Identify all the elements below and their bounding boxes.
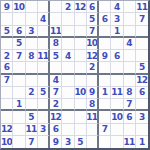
cell-r8c7-given-10[interactable]: 10	[75, 87, 87, 99]
cell-r8c1-empty[interactable]	[1, 87, 13, 99]
cell-r9c11-given-7[interactable]: 7	[124, 99, 136, 111]
cell-r3c7-empty[interactable]	[75, 26, 87, 38]
cell-r2c4-given-4[interactable]: 4	[38, 13, 50, 25]
cell-r11c2-empty[interactable]	[13, 124, 25, 136]
cell-r5c6-given-4[interactable]: 4	[62, 50, 74, 62]
cell-r11c8-empty[interactable]	[87, 124, 99, 136]
cell-r10c9-empty[interactable]	[99, 111, 111, 123]
cell-r8c6-empty[interactable]	[62, 87, 74, 99]
cell-r8c5-given-7[interactable]: 7	[50, 87, 62, 99]
cell-r6c4-empty[interactable]	[38, 62, 50, 74]
cell-r2c7-empty[interactable]	[75, 13, 87, 25]
cell-r9c2-given-1[interactable]: 1	[13, 99, 25, 111]
cell-r1c11-empty[interactable]	[124, 1, 136, 13]
cell-r4c10-empty[interactable]	[111, 38, 123, 50]
cell-r7c8-empty[interactable]	[87, 75, 99, 87]
cell-r3c8-given-7[interactable]: 7	[87, 26, 99, 38]
cell-r7c2-empty[interactable]	[13, 75, 25, 87]
cell-r1c6-given-2[interactable]: 2	[62, 1, 74, 13]
cell-r9c6-empty[interactable]	[62, 99, 74, 111]
cell-r2c12-given-7[interactable]: 7	[136, 13, 148, 25]
cell-r12c6-given-3[interactable]: 3	[62, 136, 74, 148]
cell-r3c2-given-6[interactable]: 6	[13, 26, 25, 38]
cell-r2c8-given-5[interactable]: 5	[87, 13, 99, 25]
cell-r11c7-empty[interactable]	[75, 124, 87, 136]
cell-r4c11-given-4[interactable]: 4	[124, 38, 136, 50]
cell-r7c4-empty[interactable]	[38, 75, 50, 87]
cell-r5c2-given-7[interactable]: 7	[13, 50, 25, 62]
cell-r3c1-given-5[interactable]: 5	[1, 26, 13, 38]
cell-r8c11-given-8[interactable]: 8	[124, 87, 136, 99]
cell-r3c9-empty[interactable]	[99, 26, 111, 38]
cell-r5c11-empty[interactable]	[124, 50, 136, 62]
cell-r9c7-empty[interactable]	[75, 99, 87, 111]
cell-r4c3-empty[interactable]	[26, 38, 38, 50]
cell-r3c10-given-1[interactable]: 1	[111, 26, 123, 38]
cell-r6c10-empty[interactable]	[111, 62, 123, 74]
cell-r4c1-empty[interactable]	[1, 38, 13, 50]
cell-r5c7-empty[interactable]	[75, 50, 87, 62]
cell-r12c10-empty[interactable]	[111, 136, 123, 148]
cell-r5c10-given-6[interactable]: 6	[111, 50, 123, 62]
cell-r6c5-empty[interactable]	[50, 62, 62, 74]
cell-r10c10-given-10[interactable]: 10	[111, 111, 123, 123]
cell-r6c3-empty[interactable]	[26, 62, 38, 74]
cell-r7c5-given-4[interactable]: 4	[50, 75, 62, 87]
cell-r8c12-given-6[interactable]: 6	[136, 87, 148, 99]
cell-r2c1-empty[interactable]	[1, 13, 13, 25]
cell-r1c4-empty[interactable]	[38, 1, 50, 13]
cell-r4c4-empty[interactable]	[38, 38, 50, 50]
cell-r6c2-empty[interactable]	[13, 62, 25, 74]
cell-r9c5-given-2[interactable]: 2	[50, 99, 62, 111]
cell-r11c3-given-11[interactable]: 11	[26, 124, 38, 136]
cell-r11c4-given-3[interactable]: 3	[38, 124, 50, 136]
cell-r4c2-given-5[interactable]: 5	[13, 38, 25, 50]
sudoku-board: 9102126411456375631171581042781154129662…	[0, 0, 150, 150]
cell-r11c10-empty[interactable]	[111, 124, 123, 136]
cell-r12c11-given-11[interactable]: 11	[124, 136, 136, 148]
cell-r10c8-given-11[interactable]: 11	[87, 111, 99, 123]
cell-r3c5-given-11[interactable]: 11	[50, 26, 62, 38]
cell-r2c6-empty[interactable]	[62, 13, 74, 25]
cell-r4c8-given-10[interactable]: 10	[87, 38, 99, 50]
cell-r7c3-empty[interactable]	[26, 75, 38, 87]
cell-r7c12-given-12[interactable]: 12	[136, 75, 148, 87]
cell-r7c7-empty[interactable]	[75, 75, 87, 87]
cell-r1c5-empty[interactable]	[50, 1, 62, 13]
cell-r3c6-empty[interactable]	[62, 26, 74, 38]
cell-r6c12-given-5[interactable]: 5	[136, 62, 148, 74]
cell-r6c1-given-6[interactable]: 6	[1, 62, 13, 74]
cell-r9c9-empty[interactable]	[99, 99, 111, 111]
cell-r8c2-empty[interactable]	[13, 87, 25, 99]
cell-r3c12-empty[interactable]	[136, 26, 148, 38]
cell-r1c10-given-4[interactable]: 4	[111, 1, 123, 13]
cell-r5c9-given-9[interactable]: 9	[99, 50, 111, 62]
cell-r9c12-empty[interactable]	[136, 99, 148, 111]
cell-r1c2-given-10[interactable]: 10	[13, 1, 25, 13]
cell-r10c4-empty[interactable]	[38, 111, 50, 123]
cell-r1c1-given-9[interactable]: 9	[1, 1, 13, 13]
cell-r1c8-given-6[interactable]: 6	[87, 1, 99, 13]
cell-r12c12-given-1[interactable]: 1	[136, 136, 148, 148]
cell-r11c6-empty[interactable]	[62, 124, 74, 136]
cell-r5c12-empty[interactable]	[136, 50, 148, 62]
cell-r1c7-given-12[interactable]: 12	[75, 1, 87, 13]
cell-r2c5-empty[interactable]	[50, 13, 62, 25]
cell-r9c1-empty[interactable]	[1, 99, 13, 111]
cell-r1c12-given-11[interactable]: 11	[136, 1, 148, 13]
cell-r9c4-empty[interactable]	[38, 99, 50, 111]
cell-r7c9-empty[interactable]	[99, 75, 111, 87]
cell-r12c4-empty[interactable]	[38, 136, 50, 148]
cell-r11c12-empty[interactable]	[136, 124, 148, 136]
cell-r8c8-given-9[interactable]: 9	[87, 87, 99, 99]
cell-r4c7-empty[interactable]	[75, 38, 87, 50]
cell-r10c12-given-3[interactable]: 3	[136, 111, 148, 123]
cell-r4c6-empty[interactable]	[62, 38, 74, 50]
cell-r1c3-empty[interactable]	[26, 1, 38, 13]
cell-r9c10-empty[interactable]	[111, 99, 123, 111]
cell-r10c1-empty[interactable]	[1, 111, 13, 123]
cell-r8c9-given-1[interactable]: 1	[99, 87, 111, 99]
cell-r7c11-empty[interactable]	[124, 75, 136, 87]
cell-r4c5-given-8[interactable]: 8	[50, 38, 62, 50]
cell-r5c3-given-8[interactable]: 8	[26, 50, 38, 62]
cell-r12c3-given-7[interactable]: 7	[26, 136, 38, 148]
cell-r10c6-empty[interactable]	[62, 111, 74, 123]
cell-r7c10-empty[interactable]	[111, 75, 123, 87]
cell-r11c11-empty[interactable]	[124, 124, 136, 136]
cell-r8c4-given-5[interactable]: 5	[38, 87, 50, 99]
cell-r2c11-empty[interactable]	[124, 13, 136, 25]
cell-r6c7-empty[interactable]	[75, 62, 87, 74]
cell-r2c3-empty[interactable]	[26, 13, 38, 25]
cell-r2c9-given-6[interactable]: 6	[99, 13, 111, 25]
cell-r10c5-given-12[interactable]: 12	[50, 111, 62, 123]
cell-r12c7-given-5[interactable]: 5	[75, 136, 87, 148]
cell-r7c1-given-7[interactable]: 7	[1, 75, 13, 87]
cell-r5c5-given-5[interactable]: 5	[50, 50, 62, 62]
cell-r11c5-given-6[interactable]: 6	[50, 124, 62, 136]
cell-r4c12-empty[interactable]	[136, 38, 148, 50]
cell-r7c6-empty[interactable]	[62, 75, 74, 87]
cell-r9c8-given-8[interactable]: 8	[87, 99, 99, 111]
cell-r10c7-empty[interactable]	[75, 111, 87, 123]
cell-r3c3-given-3[interactable]: 3	[26, 26, 38, 38]
cell-r2c2-empty[interactable]	[13, 13, 25, 25]
cell-r4c9-empty[interactable]	[99, 38, 111, 50]
cell-r11c1-given-12[interactable]: 12	[1, 124, 13, 136]
cell-r8c10-given-11[interactable]: 11	[111, 87, 123, 99]
cell-r12c1-given-10[interactable]: 10	[1, 136, 13, 148]
cell-r11c9-given-7[interactable]: 7	[99, 124, 111, 136]
cell-r12c2-empty[interactable]	[13, 136, 25, 148]
cell-r5c8-given-12[interactable]: 12	[87, 50, 99, 62]
cell-r6c9-empty[interactable]	[99, 62, 111, 74]
cell-r10c2-empty[interactable]	[13, 111, 25, 123]
cell-r5c4-given-11[interactable]: 11	[38, 50, 50, 62]
cell-r12c8-empty[interactable]	[87, 136, 99, 148]
cell-r1c9-empty[interactable]	[99, 1, 111, 13]
cell-r6c6-empty[interactable]	[62, 62, 74, 74]
cell-r10c3-given-5[interactable]: 5	[26, 111, 38, 123]
cell-r10c11-given-6[interactable]: 6	[124, 111, 136, 123]
cell-r6c11-empty[interactable]	[124, 62, 136, 74]
cell-r12c9-empty[interactable]	[99, 136, 111, 148]
cell-r9c3-empty[interactable]	[26, 99, 38, 111]
cell-r5c1-given-2[interactable]: 2	[1, 50, 13, 62]
cell-r8c3-given-2[interactable]: 2	[26, 87, 38, 99]
cell-r2c10-given-3[interactable]: 3	[111, 13, 123, 25]
cell-r12c5-given-9[interactable]: 9	[50, 136, 62, 148]
cell-r3c4-empty[interactable]	[38, 26, 50, 38]
cell-r3c11-empty[interactable]	[124, 26, 136, 38]
cell-r6c8-given-2[interactable]: 2	[87, 62, 99, 74]
